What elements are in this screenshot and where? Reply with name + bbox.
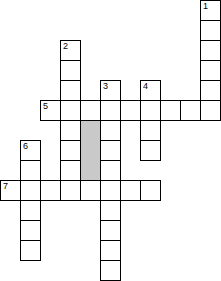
grid-cell[interactable] (200, 60, 221, 81)
grid-cell[interactable] (100, 240, 121, 261)
grid-cell[interactable] (200, 100, 221, 121)
grid-cell[interactable] (60, 60, 81, 81)
grid-cell[interactable] (20, 220, 41, 241)
grid-cell[interactable] (100, 220, 121, 241)
grid-cell[interactable] (20, 180, 41, 201)
grid-cell[interactable] (140, 120, 161, 141)
grid-cell[interactable] (80, 180, 101, 201)
grid-cell[interactable] (60, 100, 81, 121)
grid-cell[interactable] (100, 160, 121, 181)
grid-cell[interactable] (20, 160, 41, 181)
grid-cell[interactable] (40, 180, 61, 201)
grid-cell[interactable] (20, 240, 41, 261)
grid-cell[interactable] (140, 180, 161, 201)
grid-cell[interactable] (140, 100, 161, 121)
grid-cell[interactable] (140, 140, 161, 161)
grid-cell[interactable] (60, 80, 81, 101)
grid-cell[interactable] (100, 100, 121, 121)
clue-number: 4 (143, 81, 148, 91)
grid-cell[interactable] (200, 40, 221, 61)
grid-cell[interactable] (100, 200, 121, 221)
grid-cell[interactable]: 6 (20, 140, 41, 161)
clue-number: 5 (43, 101, 48, 111)
shaded-block (80, 120, 101, 181)
grid-cell[interactable] (100, 140, 121, 161)
grid-cell[interactable]: 1 (200, 0, 221, 21)
grid-cell[interactable] (160, 100, 181, 121)
clue-number: 3 (103, 81, 108, 91)
grid-cell[interactable] (120, 180, 141, 201)
clue-number: 7 (3, 181, 8, 191)
clue-number: 1 (203, 1, 208, 11)
grid-cell[interactable] (200, 20, 221, 41)
grid-cell[interactable]: 5 (40, 100, 61, 121)
grid-cell[interactable] (60, 180, 81, 201)
grid-cell[interactable] (80, 100, 101, 121)
clue-number: 2 (63, 41, 68, 51)
grid-cell[interactable] (180, 100, 201, 121)
grid-cell[interactable] (100, 260, 121, 281)
grid-cell[interactable] (20, 200, 41, 221)
grid-cell[interactable] (60, 160, 81, 181)
crossword-board: 1234567 (0, 0, 221, 281)
grid-cell[interactable] (60, 140, 81, 161)
grid-cell[interactable] (100, 120, 121, 141)
grid-cell[interactable]: 4 (140, 80, 161, 101)
grid-cell[interactable] (200, 80, 221, 101)
grid-cell[interactable] (120, 100, 141, 121)
grid-cell[interactable]: 2 (60, 40, 81, 61)
clue-number: 6 (23, 141, 28, 151)
grid-cell[interactable]: 3 (100, 80, 121, 101)
grid-cell[interactable]: 7 (0, 180, 21, 201)
grid-cell[interactable] (100, 180, 121, 201)
grid-cell[interactable] (60, 120, 81, 141)
